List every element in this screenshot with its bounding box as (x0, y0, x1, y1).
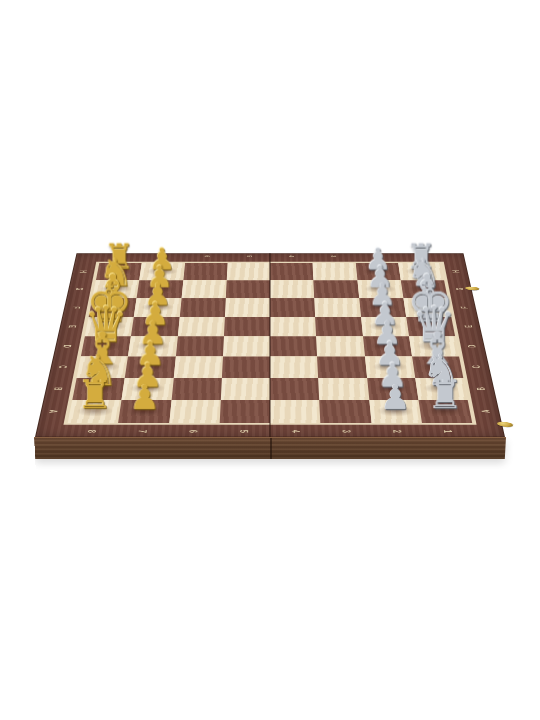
square-a1[interactable]: ♜ (418, 400, 472, 423)
rank-label: 3 (329, 255, 337, 257)
file-label: D (62, 345, 73, 348)
file-label: F (71, 306, 81, 308)
file-label: G (455, 288, 465, 291)
rank-label: 6 (187, 430, 199, 433)
file-label: H (452, 270, 462, 272)
square-a2[interactable]: ♟ (369, 400, 422, 423)
chess-board-frame: ♜♟♟♜♞♟♟♞♝♟♟♝♚♟♟♚♛♟♟♛♝♟♟♝♞♟♟♞♜♟♟♜ ABCDEFG… (35, 253, 505, 437)
square-a3[interactable] (319, 400, 371, 423)
product-photo-scene: ♜♟♟♜♞♟♟♞♝♟♟♝♚♟♟♚♛♟♟♛♝♟♟♝♞♟♟♞♜♟♟♜ ABCDEFG… (0, 0, 540, 720)
square-f4[interactable] (270, 298, 315, 317)
square-f5[interactable] (225, 298, 270, 317)
square-a7[interactable]: ♟ (118, 400, 171, 423)
square-f3[interactable] (314, 298, 360, 317)
file-label: B (476, 387, 487, 390)
rank-label: 8 (85, 430, 97, 433)
file-label: A (48, 410, 59, 413)
square-d6[interactable] (175, 336, 223, 356)
rank-label: 4 (287, 255, 295, 257)
square-d3[interactable] (316, 336, 364, 356)
rank-label: 5 (245, 255, 253, 257)
square-c5[interactable] (222, 357, 270, 378)
file-label: E (66, 325, 76, 328)
file-label: C (57, 365, 68, 368)
rank-label: 2 (391, 430, 403, 433)
brass-clasp-icon (496, 421, 514, 428)
square-g6[interactable] (181, 280, 226, 298)
rank-label: 6 (202, 255, 210, 257)
gold-rook[interactable]: ♜ (76, 375, 112, 415)
square-a4[interactable] (270, 400, 321, 423)
square-a5[interactable] (219, 400, 270, 423)
silver-pawn[interactable]: ♟ (380, 381, 411, 415)
square-h5[interactable] (226, 263, 270, 280)
rank-label: 7 (136, 430, 148, 433)
file-label: F (459, 306, 469, 308)
file-label: B (53, 387, 64, 390)
file-label: E (463, 325, 473, 328)
square-e6[interactable] (177, 317, 224, 336)
square-g4[interactable] (270, 280, 314, 298)
rank-label: 3 (340, 430, 352, 433)
square-h4[interactable] (270, 263, 314, 280)
file-label: D (467, 345, 478, 348)
square-e3[interactable] (315, 317, 362, 336)
square-b6[interactable] (171, 378, 222, 400)
rank-label: 5 (239, 430, 251, 433)
square-f6[interactable] (179, 298, 225, 317)
file-label: C (472, 365, 483, 368)
box-front-side (34, 437, 506, 459)
square-h6[interactable] (183, 263, 227, 280)
square-g3[interactable] (314, 280, 359, 298)
square-c4[interactable] (270, 357, 318, 378)
square-d4[interactable] (270, 336, 317, 356)
square-c6[interactable] (173, 357, 222, 378)
rank-label: 4 (289, 430, 301, 433)
file-label: H (78, 270, 88, 272)
square-g5[interactable] (226, 280, 270, 298)
square-b5[interactable] (221, 378, 270, 400)
gold-pawn[interactable]: ♟ (129, 381, 160, 415)
square-a8[interactable]: ♜ (68, 400, 122, 423)
square-e5[interactable] (224, 317, 270, 336)
square-d5[interactable] (223, 336, 270, 356)
rank-label: 1 (442, 430, 454, 433)
fold-seam (269, 253, 271, 437)
square-b4[interactable] (270, 378, 319, 400)
square-a6[interactable] (169, 400, 221, 423)
file-label: G (75, 288, 85, 291)
board-perspective-wrapper: ♜♟♟♜♞♟♟♞♝♟♟♝♚♟♟♚♛♟♟♛♝♟♟♝♞♟♟♞♜♟♟♜ ABCDEFG… (35, 253, 505, 437)
square-b3[interactable] (318, 378, 369, 400)
square-h3[interactable] (313, 263, 357, 280)
square-c3[interactable] (317, 357, 366, 378)
file-label: A (481, 410, 492, 413)
silver-rook[interactable]: ♜ (428, 375, 464, 415)
square-e4[interactable] (270, 317, 316, 336)
